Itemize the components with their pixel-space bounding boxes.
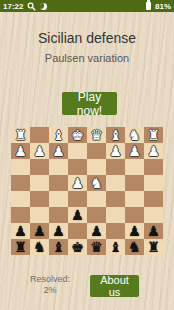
black-knight: ♞ (128, 240, 141, 254)
square-a3[interactable] (144, 159, 163, 175)
square-d3[interactable] (87, 159, 106, 175)
white-rook: ♜ (14, 128, 27, 142)
square-e4[interactable]: ♟ (68, 175, 87, 191)
square-d8[interactable]: ♛ (87, 239, 106, 255)
square-c4[interactable] (106, 175, 125, 191)
resolved-value: 2% (0, 285, 100, 296)
white-pawn: ♟ (71, 176, 84, 190)
black-pawn: ♟ (128, 224, 141, 238)
square-d2[interactable] (87, 143, 106, 159)
square-g7[interactable]: ♟ (30, 223, 49, 239)
square-b7[interactable]: ♟ (125, 223, 144, 239)
white-pawn: ♟ (109, 144, 122, 158)
square-g8[interactable]: ♞ (30, 239, 49, 255)
square-g4[interactable] (30, 175, 49, 191)
square-f4[interactable] (49, 175, 68, 191)
square-e7[interactable] (68, 223, 87, 239)
square-e3[interactable] (68, 159, 87, 175)
status-bar: 17:22 81% (0, 0, 174, 12)
square-e2[interactable] (68, 143, 87, 159)
black-knight: ♞ (33, 240, 46, 254)
square-h8[interactable]: ♜ (11, 239, 30, 255)
black-pawn: ♟ (14, 224, 27, 238)
square-e5[interactable] (68, 191, 87, 207)
black-pawn: ♟ (52, 224, 65, 238)
square-f2[interactable]: ♟ (49, 143, 68, 159)
square-h6[interactable] (11, 207, 30, 223)
about-us-button[interactable]: About us (90, 275, 139, 297)
square-d6[interactable] (87, 207, 106, 223)
square-h7[interactable]: ♟ (11, 223, 30, 239)
white-king: ♚ (71, 128, 84, 142)
app-screen: 17:22 81% Sicilian defense Paulsen varia… (0, 0, 174, 310)
square-f6[interactable] (49, 207, 68, 223)
square-d1[interactable]: ♛ (87, 127, 106, 143)
white-knight: ♞ (90, 176, 103, 190)
square-g1[interactable] (30, 127, 49, 143)
black-pawn: ♟ (147, 224, 160, 238)
square-f5[interactable] (49, 191, 68, 207)
square-g6[interactable] (30, 207, 49, 223)
square-c2[interactable]: ♟ (106, 143, 125, 159)
white-bishop: ♝ (52, 128, 65, 142)
square-b8[interactable]: ♞ (125, 239, 144, 255)
square-h5[interactable] (11, 191, 30, 207)
battery-icon (146, 2, 151, 10)
white-pawn: ♟ (52, 144, 65, 158)
square-h1[interactable]: ♜ (11, 127, 30, 143)
square-c1[interactable]: ♝ (106, 127, 125, 143)
black-rook: ♜ (147, 240, 160, 254)
square-h2[interactable]: ♟ (11, 143, 30, 159)
square-h4[interactable] (11, 175, 30, 191)
square-d5[interactable] (87, 191, 106, 207)
resolved-status: Resolved: 2% (0, 274, 100, 296)
battery-percent: 81% (155, 2, 171, 11)
square-a5[interactable] (144, 191, 163, 207)
square-d4[interactable]: ♞ (87, 175, 106, 191)
square-c8[interactable]: ♝ (106, 239, 125, 255)
square-g5[interactable] (30, 191, 49, 207)
square-c6[interactable] (106, 207, 125, 223)
play-now-button[interactable]: Play now! (62, 92, 117, 115)
black-king: ♚ (71, 240, 84, 254)
black-pawn: ♟ (90, 224, 103, 238)
white-rook: ♜ (147, 128, 160, 142)
square-b3[interactable] (125, 159, 144, 175)
moon-icon (40, 3, 47, 10)
square-c3[interactable] (106, 159, 125, 175)
square-a1[interactable]: ♜ (144, 127, 163, 143)
square-e1[interactable]: ♚ (68, 127, 87, 143)
square-a7[interactable]: ♟ (144, 223, 163, 239)
chess-board: ♜♝♚♛♝♞♜♟♟♟♟♟♟♟♞♟♟♟♟♟♟♟♜♞♝♚♛♝♞♜ (11, 127, 163, 255)
square-a4[interactable] (144, 175, 163, 191)
black-pawn: ♟ (33, 224, 46, 238)
square-b6[interactable] (125, 207, 144, 223)
page-title: Sicilian defense (0, 30, 174, 46)
square-a2[interactable]: ♟ (144, 143, 163, 159)
black-bishop: ♝ (52, 240, 65, 254)
white-pawn: ♟ (33, 144, 46, 158)
black-pawn: ♟ (71, 208, 84, 222)
square-f8[interactable]: ♝ (49, 239, 68, 255)
square-b5[interactable] (125, 191, 144, 207)
square-b2[interactable]: ♟ (125, 143, 144, 159)
white-knight: ♞ (128, 128, 141, 142)
resolved-label: Resolved: (0, 274, 100, 285)
square-f1[interactable]: ♝ (49, 127, 68, 143)
black-bishop: ♝ (109, 240, 122, 254)
square-h3[interactable] (11, 159, 30, 175)
white-pawn: ♟ (128, 144, 141, 158)
search-icon (27, 2, 36, 11)
square-b1[interactable]: ♞ (125, 127, 144, 143)
page-subtitle: Paulsen variation (0, 52, 174, 64)
clock-text: 17:22 (3, 2, 23, 11)
square-e6[interactable]: ♟ (68, 207, 87, 223)
black-queen: ♛ (90, 240, 103, 254)
square-c7[interactable] (106, 223, 125, 239)
square-f3[interactable] (49, 159, 68, 175)
square-e8[interactable]: ♚ (68, 239, 87, 255)
square-f7[interactable]: ♟ (49, 223, 68, 239)
white-bishop: ♝ (109, 128, 122, 142)
square-c5[interactable] (106, 191, 125, 207)
square-g2[interactable]: ♟ (30, 143, 49, 159)
black-rook: ♜ (14, 240, 27, 254)
square-b4[interactable] (125, 175, 144, 191)
white-pawn: ♟ (147, 144, 160, 158)
square-d7[interactable]: ♟ (87, 223, 106, 239)
white-pawn: ♟ (14, 144, 27, 158)
square-g3[interactable] (30, 159, 49, 175)
square-a8[interactable]: ♜ (144, 239, 163, 255)
white-queen: ♛ (90, 128, 103, 142)
square-a6[interactable] (144, 207, 163, 223)
